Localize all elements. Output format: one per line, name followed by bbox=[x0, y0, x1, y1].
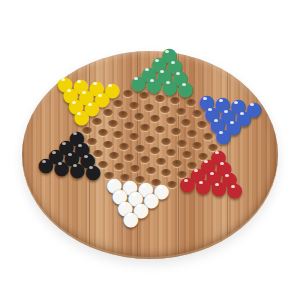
board-cells-layer: ●●●●●●●●●●●●●●●●●●●●●●●●●●●●●●●●●●●●●●●●… bbox=[0, 0, 300, 300]
board-hole[interactable] bbox=[140, 124, 150, 131]
board-hole[interactable] bbox=[123, 90, 133, 97]
board-hole[interactable] bbox=[155, 126, 165, 133]
board-hole[interactable] bbox=[145, 136, 155, 143]
marble-blue[interactable]: ● bbox=[214, 127, 232, 145]
board-hole[interactable] bbox=[103, 109, 113, 116]
board-hole[interactable] bbox=[114, 163, 124, 170]
board-hole[interactable] bbox=[192, 110, 202, 117]
board-hole[interactable] bbox=[92, 118, 102, 125]
board-hole[interactable] bbox=[113, 100, 123, 107]
board-hole[interactable] bbox=[155, 95, 165, 102]
marble-white[interactable]: ● bbox=[122, 209, 140, 227]
marble-yellow[interactable]: ● bbox=[72, 108, 90, 126]
board-hole[interactable] bbox=[113, 131, 123, 138]
board-hole[interactable] bbox=[129, 133, 139, 140]
board-hole[interactable] bbox=[182, 151, 192, 158]
board-hole[interactable] bbox=[177, 140, 187, 147]
board-hole[interactable] bbox=[170, 97, 180, 104]
board-hole[interactable] bbox=[130, 165, 140, 172]
board-hole[interactable] bbox=[187, 130, 197, 137]
product-photo: ●●●●●●●●●●●●●●●●●●●●●●●●●●●●●●●●●●●●●●●●… bbox=[0, 0, 300, 300]
board-hole[interactable] bbox=[150, 115, 160, 122]
board-hole[interactable] bbox=[186, 99, 196, 106]
board-hole[interactable] bbox=[98, 129, 108, 136]
board-hole[interactable] bbox=[160, 106, 170, 113]
board-hole[interactable] bbox=[129, 102, 139, 109]
board-hole[interactable] bbox=[124, 122, 134, 129]
board-hole[interactable] bbox=[144, 104, 154, 111]
board-hole[interactable] bbox=[134, 113, 144, 120]
board-hole[interactable] bbox=[150, 147, 160, 154]
board-hole[interactable] bbox=[176, 108, 186, 115]
board-hole[interactable] bbox=[203, 133, 213, 140]
board-hole[interactable] bbox=[139, 92, 149, 99]
board-hole[interactable] bbox=[146, 167, 156, 174]
board-hole[interactable] bbox=[124, 154, 134, 161]
board-hole[interactable] bbox=[172, 160, 182, 167]
board-hole[interactable] bbox=[118, 111, 128, 118]
board-hole[interactable] bbox=[103, 141, 113, 148]
board-hole[interactable] bbox=[161, 138, 171, 145]
marble-red[interactable]: ● bbox=[226, 181, 244, 199]
board-hole[interactable] bbox=[171, 128, 181, 135]
board-hole[interactable] bbox=[140, 156, 150, 163]
board-hole[interactable] bbox=[166, 149, 176, 156]
board-hole[interactable] bbox=[161, 169, 171, 176]
board-hole[interactable] bbox=[156, 158, 166, 165]
board-hole[interactable] bbox=[119, 143, 129, 150]
marble-green[interactable]: ● bbox=[177, 79, 195, 97]
marble-black[interactable]: ● bbox=[84, 162, 102, 180]
board-hole[interactable] bbox=[109, 152, 119, 159]
board-hole[interactable] bbox=[197, 121, 207, 128]
board-hole[interactable] bbox=[166, 117, 176, 124]
board-hole[interactable] bbox=[192, 142, 202, 149]
board-hole[interactable] bbox=[181, 119, 191, 126]
board-hole[interactable] bbox=[135, 145, 145, 152]
board-hole[interactable] bbox=[108, 120, 118, 127]
